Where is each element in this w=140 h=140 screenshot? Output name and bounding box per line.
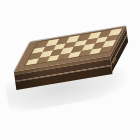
chess-box-photo[interactable] xyxy=(0,0,140,140)
